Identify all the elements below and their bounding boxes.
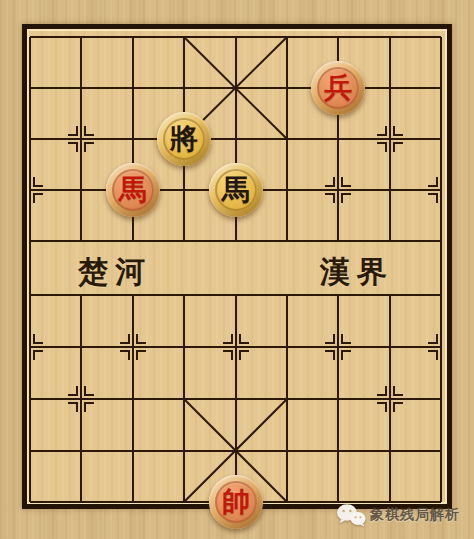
watermark-text: 象棋残局解析 [370,506,460,524]
piece-face: 帥 [215,481,257,523]
xiangqi-board: 楚河 漢界 兵將馬馬帥 象棋残局解析 [0,0,474,539]
piece-glyph: 將 [170,125,198,153]
piece-face: 馬 [215,169,257,211]
board-grid [0,0,474,539]
piece-face: 馬 [112,169,154,211]
piece-glyph: 馬 [222,176,250,204]
piece-face: 兵 [317,67,359,109]
wechat-icon [336,503,366,527]
piece-face: 將 [163,118,205,160]
piece-glyph: 兵 [324,74,352,102]
river-label-chuhe: 楚河 [78,252,152,293]
piece-black-general[interactable]: 將 [157,112,211,166]
piece-red-soldier[interactable]: 兵 [311,61,365,115]
watermark: 象棋残局解析 [336,502,460,528]
piece-red-general[interactable]: 帥 [209,475,263,529]
piece-glyph: 帥 [222,488,250,516]
river-label-hanjie: 漢界 [320,252,394,293]
piece-red-horse[interactable]: 馬 [106,163,160,217]
piece-glyph: 馬 [119,176,147,204]
piece-black-horse[interactable]: 馬 [209,163,263,217]
